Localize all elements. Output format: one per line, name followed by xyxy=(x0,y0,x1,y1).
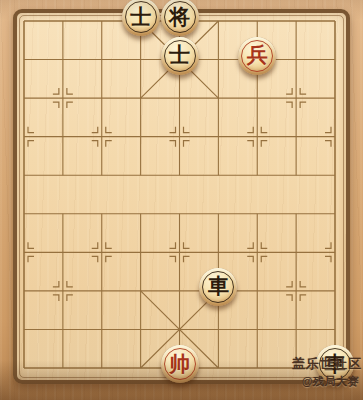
watermark: 盖乐世社区 @残局大赛 xyxy=(292,356,362,388)
piece-red-帅[interactable]: 帅 xyxy=(161,345,199,383)
piece-black-士[interactable]: 士 xyxy=(161,37,199,75)
watermark-community-name: 盖乐世社区 xyxy=(292,356,362,373)
xiangqi-app: 士将士兵車帅車 盖乐世社区 @残局大赛 xyxy=(0,0,363,400)
watermark-username: @残局大赛 xyxy=(292,374,362,388)
piece-black-将[interactable]: 将 xyxy=(161,0,199,36)
piece-black-士[interactable]: 士 xyxy=(122,0,160,36)
piece-character: 士 xyxy=(130,7,151,28)
piece-character: 士 xyxy=(169,45,190,66)
piece-character: 帅 xyxy=(169,354,190,375)
piece-character: 車 xyxy=(208,276,229,297)
piece-character: 兵 xyxy=(247,45,268,66)
piece-black-車[interactable]: 車 xyxy=(199,268,237,306)
piece-red-兵[interactable]: 兵 xyxy=(238,37,276,75)
piece-character: 将 xyxy=(169,7,190,28)
